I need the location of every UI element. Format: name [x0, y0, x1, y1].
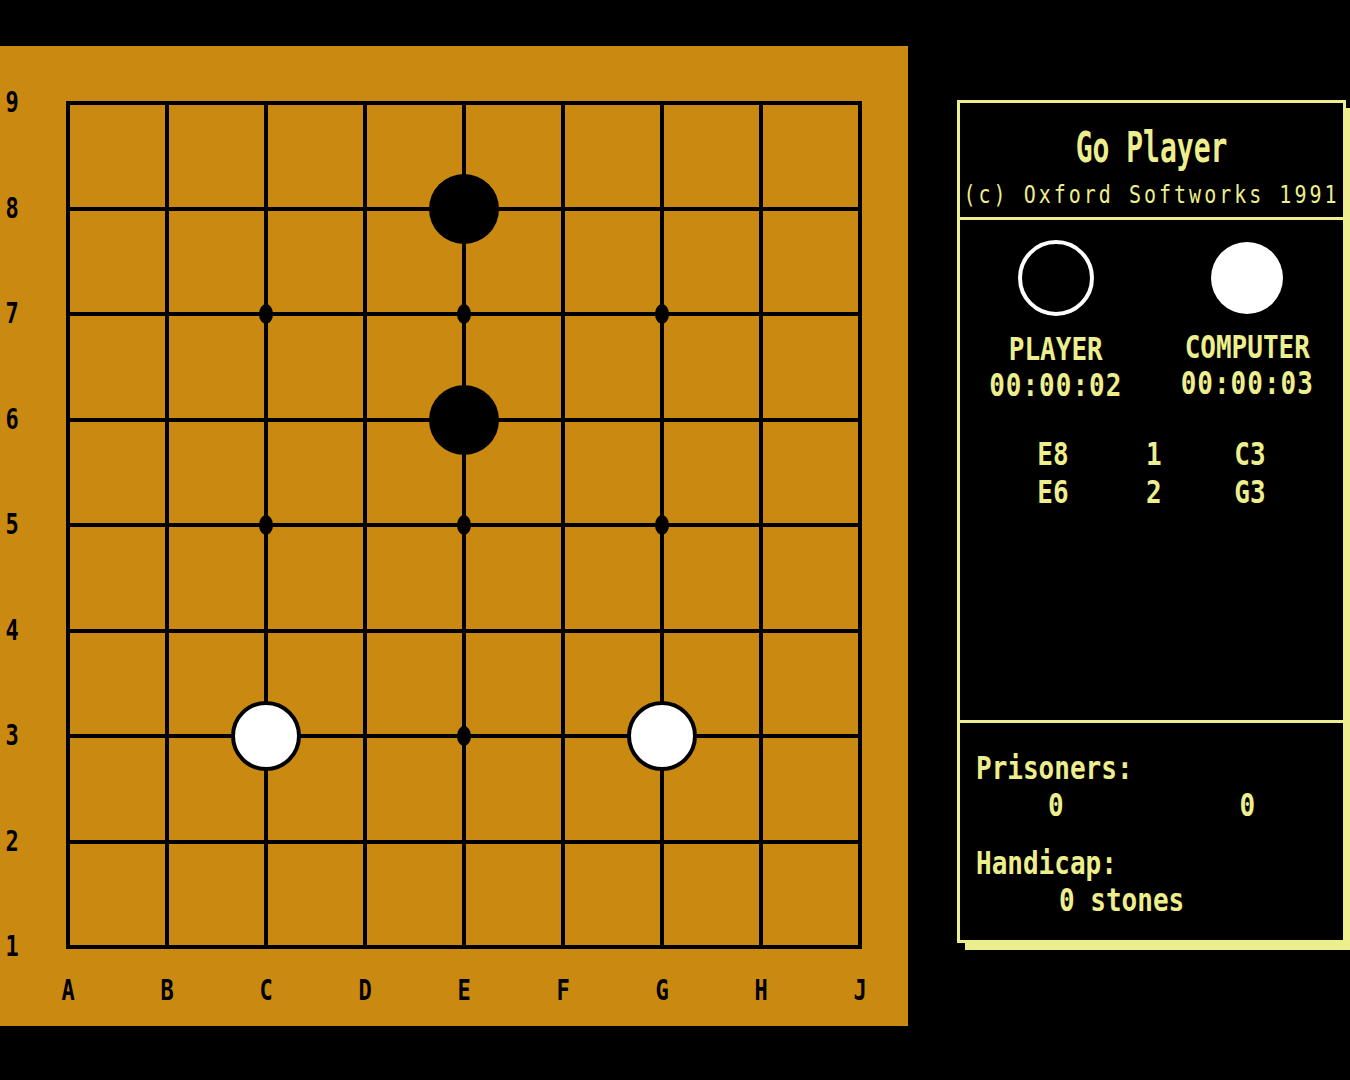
col-label-G: G [648, 972, 676, 1010]
grid-hline [66, 629, 862, 633]
grid-vline [561, 101, 565, 949]
move-number: 2 [1146, 473, 1157, 511]
player-prisoners-count: 0 [960, 786, 1152, 824]
row-label-2: 2 [0, 823, 24, 861]
player-column: PLAYER 00:00:02 [989, 240, 1122, 398]
prisoners-section: Prisoners: 0 0 Handicap: 0 stones [960, 726, 1343, 940]
row-label-5: 5 [0, 506, 24, 544]
col-label-A: A [54, 972, 82, 1010]
stone-E6[interactable] [429, 385, 499, 455]
move-row-2: E62G3 [960, 468, 1343, 516]
player-move: E6 [960, 473, 1146, 511]
handicap-label: Handicap: [976, 844, 1117, 882]
computer-column: COMPUTER 00:00:03 [1181, 240, 1314, 398]
move-number: 1 [1146, 435, 1157, 473]
col-label-E: E [450, 972, 478, 1010]
white-stone-icon [1211, 242, 1283, 314]
computer-move: G3 [1157, 473, 1343, 511]
row-label-6: 6 [0, 401, 24, 439]
black-stone-icon [1018, 240, 1094, 316]
computer-clock: 00:00:03 [1181, 367, 1314, 400]
go-board[interactable]: 9A8B7C6D5E4F3G2H1J [0, 46, 908, 1026]
row-label-9: 9 [0, 84, 24, 122]
app-copyright: (c) Oxford Softworks 1991 [960, 180, 1343, 209]
star-point-E3 [457, 726, 471, 746]
player-name: PLAYER [1009, 333, 1103, 366]
computer-name: COMPUTER [1185, 331, 1310, 364]
app-title: Go Player [960, 123, 1343, 173]
grid-vline [858, 101, 862, 949]
move-list: E81C3E62G3 [960, 435, 1343, 511]
players-row: PLAYER 00:00:02 COMPUTER 00:00:03 [960, 240, 1343, 398]
stone-C3[interactable] [231, 701, 301, 771]
col-label-F: F [549, 972, 577, 1010]
stone-G3[interactable] [627, 701, 697, 771]
screen: 9A8B7C6D5E4F3G2H1J Go Player (c) Oxford … [0, 0, 1350, 1080]
row-label-4: 4 [0, 612, 24, 650]
title-section: Go Player (c) Oxford Softworks 1991 [960, 103, 1343, 220]
grid-hline [66, 840, 862, 844]
star-point-C7 [259, 304, 273, 324]
row-label-3: 3 [0, 717, 24, 755]
col-label-H: H [747, 972, 775, 1010]
col-label-B: B [153, 972, 181, 1010]
col-label-J: J [846, 972, 874, 1010]
col-label-C: C [252, 972, 280, 1010]
star-point-E7 [457, 304, 471, 324]
grid-hline [66, 945, 862, 949]
row-label-7: 7 [0, 295, 24, 333]
panel-shadow-right [1346, 108, 1350, 950]
col-label-D: D [351, 972, 379, 1010]
row-label-8: 8 [0, 190, 24, 228]
grid-vline [759, 101, 763, 949]
prisoners-label: Prisoners: [976, 749, 1133, 787]
panel-shadow-bottom [965, 943, 1350, 950]
status-section: PLAYER 00:00:02 COMPUTER 00:00:03 E81C3E… [960, 223, 1343, 723]
star-point-G5 [655, 515, 669, 535]
star-point-C5 [259, 515, 273, 535]
computer-move: C3 [1157, 435, 1343, 473]
handicap-value: 0 stones [1059, 881, 1184, 919]
info-panel: Go Player (c) Oxford Softworks 1991 PLAY… [957, 100, 1346, 943]
star-point-G7 [655, 304, 669, 324]
stone-E8[interactable] [429, 174, 499, 244]
star-point-E5 [457, 515, 471, 535]
player-move: E8 [960, 435, 1146, 473]
computer-prisoners-count: 0 [1152, 786, 1344, 824]
row-label-1: 1 [0, 928, 24, 966]
player-clock: 00:00:02 [989, 369, 1122, 402]
prisoners-values: 0 0 [960, 786, 1343, 824]
